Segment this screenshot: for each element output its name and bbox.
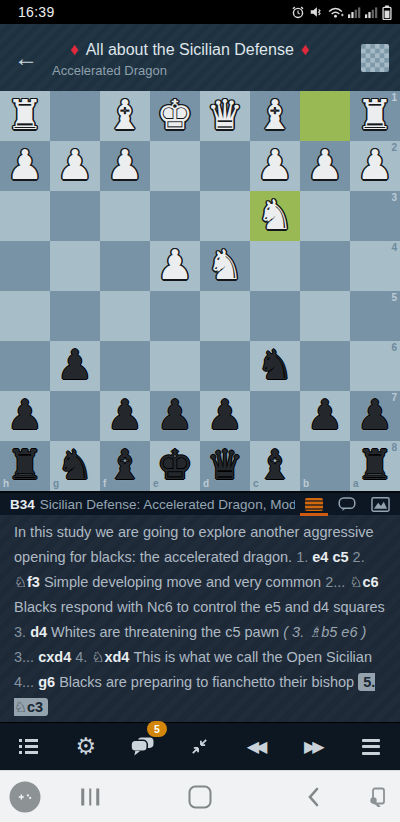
- move-number: 2.: [353, 549, 365, 565]
- square-f1[interactable]: ♝: [100, 91, 150, 141]
- square-e6[interactable]: [150, 341, 200, 391]
- square-d7[interactable]: ♟: [200, 391, 250, 441]
- back-chevron-icon: [307, 787, 319, 807]
- square-e8[interactable]: e♚: [150, 441, 200, 491]
- chat-bubbles-icon: [130, 736, 155, 757]
- annotation-text: Whites are threatening the c5 pawn: [51, 624, 283, 640]
- square-c5[interactable]: [250, 291, 300, 341]
- status-icons: [291, 5, 400, 20]
- mute-vibrate-icon: [309, 5, 323, 19]
- header-titles: ♦ All about the Sicilian Defense ♦ Accel…: [52, 38, 361, 78]
- forward-icon: ▶▶: [304, 737, 325, 756]
- chapters-list-button[interactable]: [9, 727, 49, 767]
- game-tools-button[interactable]: [10, 781, 41, 812]
- tab-comments-text[interactable]: [305, 498, 323, 511]
- move-number: 3.: [14, 624, 30, 640]
- square-d3[interactable]: [200, 191, 250, 241]
- square-c1[interactable]: ♝: [250, 91, 300, 141]
- square-h3[interactable]: [0, 191, 50, 241]
- chat-badge: 5: [147, 721, 167, 737]
- square-e1[interactable]: ♚: [150, 91, 200, 141]
- square-b7[interactable]: ♟: [300, 391, 350, 441]
- black-pawn: ♟: [357, 395, 394, 436]
- square-e7[interactable]: ♟: [150, 391, 200, 441]
- forward-button[interactable]: ▶▶: [294, 727, 334, 767]
- rank-label: 5: [391, 293, 397, 303]
- black-king: ♚: [157, 445, 194, 486]
- square-d2[interactable]: [200, 141, 250, 191]
- square-a1[interactable]: 1♜: [350, 91, 400, 141]
- square-c6[interactable]: ♞: [250, 341, 300, 391]
- annotation-text: This is what we call the Open Sicilian: [133, 649, 372, 665]
- white-pawn: ♟: [7, 145, 44, 186]
- android-nav-bar: [0, 770, 400, 822]
- variation-inline: ( 3. ♗b5 e6 ): [283, 624, 366, 640]
- square-f7[interactable]: ♟: [100, 391, 150, 441]
- panel-tabs: [305, 497, 390, 512]
- move-number: 2...: [325, 574, 349, 590]
- square-c4[interactable]: [250, 241, 300, 291]
- square-b2[interactable]: ♟: [300, 141, 350, 191]
- text-board-icon: [305, 498, 323, 511]
- black-knight: ♞: [57, 445, 94, 486]
- black-bishop: ♝: [107, 445, 144, 486]
- square-e2[interactable]: [150, 141, 200, 191]
- study-header: ← ♦ All about the Sicilian Defense ♦ Acc…: [0, 24, 400, 91]
- speech-bubble-icon: [338, 497, 356, 512]
- app-screen: 16:39 ← ♦: [0, 0, 400, 822]
- square-c3[interactable]: ♞: [250, 191, 300, 241]
- gamepad-icon: [10, 781, 41, 812]
- square-d5[interactable]: [200, 291, 250, 341]
- annotation-text: Blacks are preparing to fianchetto their…: [59, 674, 358, 690]
- hamburger-icon: [362, 739, 380, 755]
- move[interactable]: e4 c5: [312, 549, 352, 565]
- black-pawn: ♟: [157, 395, 194, 436]
- square-b6[interactable]: [300, 341, 350, 391]
- black-rook: ♜: [357, 445, 394, 486]
- square-f2[interactable]: ♟: [100, 141, 150, 191]
- annotation-panel: In this study we are going to explore an…: [0, 515, 400, 722]
- black-pawn: ♟: [7, 395, 44, 436]
- black-bishop: ♝: [257, 445, 294, 486]
- square-g8[interactable]: g♞: [50, 441, 100, 491]
- black-pawn: ♟: [57, 345, 94, 386]
- square-h5[interactable]: [0, 291, 50, 341]
- status-bar: 16:39: [0, 0, 400, 24]
- square-a2[interactable]: 2♟: [350, 141, 400, 191]
- diamond-icon: ♦: [301, 40, 310, 60]
- white-pawn: ♟: [307, 145, 344, 186]
- square-c2[interactable]: ♟: [250, 141, 300, 191]
- white-queen: ♛: [207, 95, 244, 136]
- square-g4[interactable]: [50, 241, 100, 291]
- opening-name: Sicilian Defense: Accelerated Dragon, Mo…: [40, 497, 295, 512]
- study-title: All about the Sicilian Defense: [86, 41, 294, 59]
- white-pawn: ♟: [157, 245, 194, 286]
- alarm-icon: [291, 5, 305, 19]
- gear-icon: ⚙: [75, 735, 96, 758]
- move-number: 4.: [75, 649, 91, 665]
- white-bishop: ♝: [257, 95, 294, 136]
- touch-phone-icon: [367, 787, 387, 807]
- move[interactable]: cxd4: [38, 649, 75, 665]
- rewind-icon: ◀◀: [247, 737, 268, 756]
- square-d8[interactable]: d♛: [200, 441, 250, 491]
- square-h4[interactable]: [0, 241, 50, 291]
- square-b8[interactable]: b: [300, 441, 350, 491]
- square-h2[interactable]: ♟: [0, 141, 50, 191]
- back-button[interactable]: ←: [0, 46, 52, 70]
- clock-time: 16:39: [0, 4, 55, 20]
- chess-board: ♜♝♚♛♝1♜♟♟♟♟♟2♟♞3♟♞45♟♞6♟♟♟♟♟7♟h♜g♞f♝e♚d♛…: [0, 91, 400, 491]
- square-b1[interactable]: [300, 91, 350, 141]
- white-rook: ♜: [357, 95, 394, 136]
- move-number: 4...: [14, 674, 38, 690]
- square-h8[interactable]: h♜: [0, 441, 50, 491]
- move[interactable]: ♘c6: [349, 574, 378, 590]
- tab-gamebook-chart[interactable]: [371, 497, 390, 512]
- black-pawn: ♟: [207, 395, 244, 436]
- black-pawn: ♟: [107, 395, 144, 436]
- study-title-row: ♦ All about the Sicilian Defense ♦: [52, 40, 361, 60]
- chat-button[interactable]: 5: [123, 727, 163, 767]
- square-g2[interactable]: ♟: [50, 141, 100, 191]
- opening-bar: B34 Sicilian Defense: Accelerated Dragon…: [0, 493, 400, 515]
- white-knight: ♞: [257, 195, 294, 236]
- diagonal-arrows-icon: [189, 736, 210, 757]
- square-a8[interactable]: 8a♜: [350, 441, 400, 491]
- square-c8[interactable]: c♝: [250, 441, 300, 491]
- home-icon: [189, 785, 212, 808]
- square-c7[interactable]: [250, 391, 300, 441]
- square-a7[interactable]: 7♟: [350, 391, 400, 441]
- white-rook: ♜: [7, 95, 44, 136]
- square-h1[interactable]: ♜: [0, 91, 50, 141]
- battery-icon: [382, 5, 392, 20]
- settings-button[interactable]: ⚙: [66, 727, 106, 767]
- rank-label: 6: [391, 343, 397, 353]
- white-pawn: ♟: [357, 145, 394, 186]
- square-e3[interactable]: [150, 191, 200, 241]
- back-nav-button[interactable]: [307, 787, 319, 807]
- home-button[interactable]: [189, 785, 212, 808]
- tab-chat-bubble[interactable]: [338, 497, 356, 512]
- analysis-toggle-button[interactable]: [180, 727, 220, 767]
- touch-assist-button[interactable]: [367, 787, 387, 807]
- square-d1[interactable]: ♛: [200, 91, 250, 141]
- active-tab-underline: [300, 513, 328, 516]
- file-label: b: [303, 479, 309, 489]
- move-number: 1.: [296, 549, 312, 565]
- wifi-icon: [327, 5, 344, 19]
- signal-sim2-icon: [365, 6, 378, 19]
- square-b3[interactable]: [300, 191, 350, 241]
- chapter-subtitle: Accelerated Dragon: [52, 63, 361, 78]
- square-f6[interactable]: [100, 341, 150, 391]
- square-g1[interactable]: [50, 91, 100, 141]
- rank-label: 3: [391, 193, 397, 203]
- square-a4[interactable]: 4: [350, 241, 400, 291]
- square-g6[interactable]: ♟: [50, 341, 100, 391]
- square-h7[interactable]: ♟: [0, 391, 50, 441]
- black-pawn: ♟: [307, 395, 344, 436]
- square-a3[interactable]: 3: [350, 191, 400, 241]
- control-bar: ⚙ 5 ◀◀ ▶▶: [0, 722, 400, 770]
- square-g3[interactable]: [50, 191, 100, 241]
- move[interactable]: d4: [30, 624, 51, 640]
- eco-code: B34: [10, 497, 35, 512]
- rank-label: 4: [391, 243, 397, 253]
- square-d6[interactable]: [200, 341, 250, 391]
- square-f5[interactable]: [100, 291, 150, 341]
- square-f4[interactable]: [100, 241, 150, 291]
- square-a5[interactable]: 5: [350, 291, 400, 341]
- square-b5[interactable]: [300, 291, 350, 341]
- list-icon: [19, 739, 38, 754]
- square-e5[interactable]: [150, 291, 200, 341]
- square-g7[interactable]: [50, 391, 100, 441]
- white-pawn: ♟: [107, 145, 144, 186]
- square-d4[interactable]: ♞: [200, 241, 250, 291]
- recents-icon: [81, 788, 99, 805]
- square-e4[interactable]: ♟: [150, 241, 200, 291]
- black-queen: ♛: [207, 445, 244, 486]
- square-a6[interactable]: 6: [350, 341, 400, 391]
- square-b4[interactable]: [300, 241, 350, 291]
- annotation-paragraph: In this study we are going to explore an…: [14, 520, 386, 720]
- black-knight: ♞: [257, 345, 294, 386]
- move[interactable]: g6: [38, 674, 59, 690]
- move-number: 3...: [14, 649, 38, 665]
- black-rook: ♜: [7, 445, 44, 486]
- move[interactable]: ♘xd4: [91, 649, 133, 665]
- white-knight: ♞: [207, 245, 244, 286]
- board-thumbnail-icon[interactable]: [361, 44, 389, 72]
- move[interactable]: ♘f3: [14, 574, 44, 590]
- square-f3[interactable]: [100, 191, 150, 241]
- chart-image-icon: [371, 497, 390, 512]
- diamond-icon: ♦: [70, 40, 79, 60]
- square-f8[interactable]: f♝: [100, 441, 150, 491]
- square-h6[interactable]: [0, 341, 50, 391]
- square-g5[interactable]: [50, 291, 100, 341]
- annotation-text: Blacks respond with Nc6 to control the e…: [14, 599, 385, 615]
- white-pawn: ♟: [257, 145, 294, 186]
- signal-sim1-icon: [348, 6, 361, 19]
- menu-button[interactable]: [351, 727, 391, 767]
- annotation-text: Simple developing move and very common: [44, 574, 325, 590]
- recents-button[interactable]: [81, 788, 99, 805]
- white-bishop: ♝: [107, 95, 144, 136]
- white-king: ♚: [157, 95, 194, 136]
- white-pawn: ♟: [57, 145, 94, 186]
- rewind-button[interactable]: ◀◀: [237, 727, 277, 767]
